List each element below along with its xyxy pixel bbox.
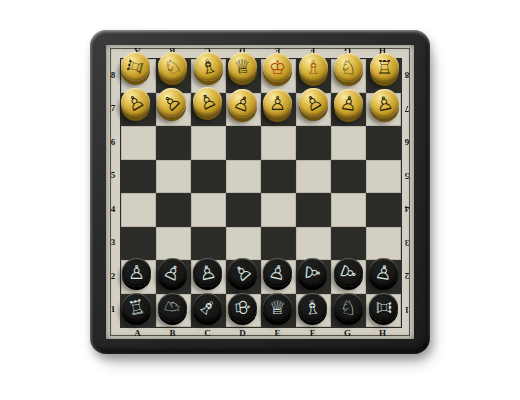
rank-label-left-5: 5 [106,159,120,193]
rank-label-left-4: 4 [106,192,120,226]
king-symbol: ♔ [227,292,258,323]
square-h4[interactable] [366,193,401,227]
square-d6[interactable] [226,126,261,160]
piece-gold-queen-d8[interactable]: ♕ [228,52,257,81]
rook-symbol: ♖ [370,53,399,82]
piece-gold-pawn-c7[interactable]: ♙ [193,87,222,116]
piece-black-pawn-a2[interactable]: ♙ [122,258,151,287]
square-f3[interactable] [296,227,331,261]
travel-set-frame: AABBCCDDEEFFGGHH8877665544332211 ♖♘♗♕♔♗♘… [90,30,430,354]
piece-black-rook-h1[interactable]: ♖ [369,293,398,322]
square-g5[interactable] [331,160,366,194]
piece-black-knight-g1[interactable]: ♘ [334,293,363,322]
square-h6[interactable] [366,126,401,160]
rank-label-right-7: 7 [400,92,414,126]
piece-black-knight-b1[interactable]: ♘ [158,293,187,322]
piece-black-bishop-f1[interactable]: ♗ [298,293,327,322]
rank-label-left-3: 3 [106,226,120,260]
pawn-symbol: ♙ [332,87,365,120]
rank-label-right-8: 8 [400,58,414,92]
pawn-symbol: ♙ [263,89,292,118]
bishop-symbol: ♗ [297,292,328,323]
square-g3[interactable] [331,227,366,261]
square-h5[interactable] [366,160,401,194]
file-label-bottom-D: D [225,326,260,339]
knight-symbol: ♘ [332,290,366,324]
piece-gold-knight-g8[interactable]: ♘ [334,53,363,82]
file-label-bottom-H: H [365,326,400,339]
rank-label-right-5: 5 [400,159,414,193]
square-h3[interactable] [366,227,401,261]
piece-gold-pawn-g7[interactable]: ♙ [334,89,363,118]
queen-symbol: ♕ [227,51,258,82]
chess-board: AABBCCDDEEFFGGHH8877665544332211 ♖♘♗♕♔♗♘… [106,45,414,339]
rank-label-right-3: 3 [400,226,414,260]
piece-gold-bishop-c8[interactable]: ♗ [194,52,223,81]
piece-gold-bishop-f8[interactable]: ♗ [299,53,328,82]
pawn-symbol: ♙ [367,256,400,289]
piece-black-rook-a1[interactable]: ♖ [122,293,151,322]
queen-symbol: ♕ [263,293,292,322]
piece-gold-rook-a8[interactable]: ♖ [121,52,150,81]
pawn-symbol: ♙ [122,258,151,287]
square-g6[interactable] [331,126,366,160]
piece-black-pawn-h2[interactable]: ♙ [369,258,398,287]
file-label-bottom-B: B [155,326,190,339]
square-e5[interactable] [261,160,296,194]
square-b5[interactable] [156,160,191,194]
square-a5[interactable] [121,160,156,194]
piece-black-pawn-e2[interactable]: ♙ [263,258,292,287]
rank-label-left-6: 6 [106,125,120,159]
rook-symbol: ♖ [119,290,153,324]
square-b6[interactable] [156,126,191,160]
rank-label-right-4: 4 [400,192,414,226]
rank-label-right-2: 2 [400,259,414,293]
file-label-bottom-C: C [190,326,225,339]
square-f6[interactable] [296,126,331,160]
piece-black-bishop-c1[interactable]: ♗ [193,293,222,322]
square-c5[interactable] [191,160,226,194]
file-label-bottom-F: F [295,326,330,339]
piece-black-queen-e1[interactable]: ♕ [263,293,292,322]
rook-symbol: ♖ [369,293,398,322]
square-c6[interactable] [191,126,226,160]
rank-label-left-2: 2 [106,259,120,293]
bishop-symbol: ♗ [299,53,328,82]
rank-label-right-1: 1 [400,293,414,327]
rank-label-left-1: 1 [106,293,120,327]
square-a3[interactable] [121,227,156,261]
pawn-symbol: ♙ [367,86,401,120]
square-g4[interactable] [331,193,366,227]
square-f4[interactable] [296,193,331,227]
piece-black-pawn-b2[interactable]: ♙ [158,258,187,287]
square-d5[interactable] [226,160,261,194]
square-f5[interactable] [296,160,331,194]
knight-symbol: ♘ [333,52,365,84]
piece-gold-pawn-b7[interactable]: ♙ [157,88,186,117]
square-c3[interactable] [191,227,226,261]
piece-gold-king-e8[interactable]: ♔ [263,53,292,82]
piece-black-pawn-g2[interactable]: ♙ [334,258,363,287]
piece-black-pawn-f2[interactable]: ♙ [298,258,327,287]
king-symbol: ♔ [263,53,292,82]
square-e6[interactable] [261,126,296,160]
rank-label-right-6: 6 [400,125,414,159]
square-a4[interactable] [121,193,156,227]
file-label-bottom-A: A [120,326,155,339]
piece-black-king-d1[interactable]: ♔ [228,293,257,322]
piece-black-pawn-d2[interactable]: ♙ [228,258,257,287]
square-b3[interactable] [156,227,191,261]
file-label-bottom-G: G [330,326,365,339]
pawn-symbol: ♙ [260,256,294,290]
square-e4[interactable] [261,193,296,227]
pawn-symbol: ♙ [297,257,328,288]
square-c4[interactable] [191,193,226,227]
piece-gold-rook-h8[interactable]: ♖ [370,53,399,82]
photo-canvas: AABBCCDDEEFFGGHH8877665544332211 ♖♘♗♕♔♗♘… [0,0,520,400]
piece-black-pawn-c2[interactable]: ♙ [193,258,222,287]
square-a6[interactable] [121,126,156,160]
piece-gold-pawn-e7[interactable]: ♙ [263,89,292,118]
square-d4[interactable] [226,193,261,227]
file-label-bottom-E: E [260,326,295,339]
piece-gold-knight-b8[interactable]: ♘ [158,52,187,81]
piece-gold-pawn-f7[interactable]: ♙ [299,88,328,117]
square-b4[interactable] [156,193,191,227]
piece-gold-pawn-d7[interactable]: ♙ [228,89,257,118]
piece-gold-pawn-h7[interactable]: ♙ [370,89,399,118]
piece-gold-pawn-a7[interactable]: ♙ [121,88,150,117]
